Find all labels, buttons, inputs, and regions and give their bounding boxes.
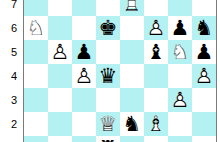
square-h6: ♞ [192, 16, 216, 40]
white-pawn-icon: ♟♙ [192, 64, 216, 88]
square-e4 [120, 64, 144, 88]
white-pawn-icon: ♟♙ [48, 40, 72, 64]
square-d5 [96, 40, 120, 64]
rank-label-5: 5 [0, 43, 23, 61]
square-h2 [192, 112, 216, 136]
square-c7 [72, 0, 96, 16]
square-g3: ♟♙ [168, 88, 192, 112]
square-c6 [72, 16, 96, 40]
white-bishop-icon: ♝♗ [144, 112, 168, 136]
black-pawn-icon: ♟ [192, 40, 216, 64]
square-g7 [168, 0, 192, 16]
square-e2: ♞ [120, 112, 144, 136]
square-d4: ♛ [96, 64, 120, 88]
square-a1 [24, 136, 48, 142]
square-b2 [48, 112, 72, 136]
white-knight-icon: ♞♘ [168, 40, 192, 64]
black-bishop-icon: ♝ [144, 40, 168, 64]
square-e7: ♜♖ [120, 0, 144, 16]
square-f3 [144, 88, 168, 112]
square-f1 [144, 136, 168, 142]
square-c5: ♟ [72, 40, 96, 64]
rank-label-6: 6 [0, 19, 23, 37]
square-d6: ♚ [96, 16, 120, 40]
square-h1 [192, 136, 216, 142]
square-g2 [168, 112, 192, 136]
rank-labels: 765432 [0, 0, 23, 142]
square-d3 [96, 88, 120, 112]
rank-label-7: 7 [0, 0, 23, 13]
black-pawn-icon: ♟ [72, 40, 96, 64]
square-c3 [72, 88, 96, 112]
square-a7 [24, 0, 48, 16]
square-h7 [192, 0, 216, 16]
white-queen-icon: ♛♕ [96, 112, 120, 136]
square-f2: ♝♗ [144, 112, 168, 136]
square-a6: ♞♘ [24, 16, 48, 40]
square-e6 [120, 16, 144, 40]
square-b6 [48, 16, 72, 40]
black-pawn-icon: ♟ [168, 16, 192, 40]
chess-board: ♜♖♞♘♚♟♙♟♞♟♙♟♝♞♘♟♟♙♛♟♙♟♙♛♕♞♝♗♜ [24, 0, 216, 142]
rank-label-2: 2 [0, 115, 23, 133]
square-a3 [24, 88, 48, 112]
square-b1 [48, 136, 72, 142]
square-h4: ♟♙ [192, 64, 216, 88]
black-queen-icon: ♛ [96, 64, 120, 88]
square-g6: ♟ [168, 16, 192, 40]
square-b4 [48, 64, 72, 88]
square-d7 [96, 0, 120, 16]
square-b3 [48, 88, 72, 112]
square-e1 [120, 136, 144, 142]
square-d1: ♜ [96, 136, 120, 142]
square-c1 [72, 136, 96, 142]
black-knight-icon: ♞ [192, 16, 216, 40]
white-knight-icon: ♞♘ [24, 16, 48, 40]
square-e5 [120, 40, 144, 64]
square-b5: ♟♙ [48, 40, 72, 64]
square-a2 [24, 112, 48, 136]
black-rook-icon: ♜ [96, 136, 120, 142]
square-f6: ♟♙ [144, 16, 168, 40]
rank-label-3: 3 [0, 91, 23, 109]
square-b7 [48, 0, 72, 16]
square-h5: ♟ [192, 40, 216, 64]
square-f7 [144, 0, 168, 16]
white-pawn-icon: ♟♙ [72, 64, 96, 88]
white-pawn-icon: ♟♙ [168, 88, 192, 112]
rank-label-4: 4 [0, 67, 23, 85]
square-g1 [168, 136, 192, 142]
square-e3 [120, 88, 144, 112]
square-h3 [192, 88, 216, 112]
square-c4: ♟♙ [72, 64, 96, 88]
chess-diagram: 765432 ♜♖♞♘♚♟♙♟♞♟♙♟♝♞♘♟♟♙♛♟♙♟♙♛♕♞♝♗♜ [0, 0, 220, 142]
square-g4 [168, 64, 192, 88]
square-d2: ♛♕ [96, 112, 120, 136]
black-king-icon: ♚ [96, 16, 120, 40]
square-a4 [24, 64, 48, 88]
board-frame: ♜♖♞♘♚♟♙♟♞♟♙♟♝♞♘♟♟♙♛♟♙♟♙♛♕♞♝♗♜ [23, 0, 217, 142]
black-knight-icon: ♞ [120, 112, 144, 136]
square-g5: ♞♘ [168, 40, 192, 64]
white-pawn-icon: ♟♙ [144, 16, 168, 40]
square-c2 [72, 112, 96, 136]
square-a5 [24, 40, 48, 64]
square-f4 [144, 64, 168, 88]
square-f5: ♝ [144, 40, 168, 64]
white-rook-icon: ♜♖ [120, 0, 144, 16]
